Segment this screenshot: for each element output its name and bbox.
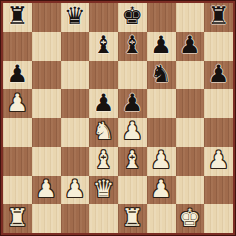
square-b8[interactable] <box>32 3 61 32</box>
square-c8[interactable]: ♛ <box>61 3 90 32</box>
square-d1[interactable] <box>89 204 118 233</box>
piece-white-queen[interactable]: ♛ <box>93 177 115 201</box>
chess-board-frame: ♜♛♚♜♝♝♟♟♟♞♟♟♟♟♞♟♝♝♟♟♟♟♛♟♜♜♚ <box>0 0 236 236</box>
square-h2[interactable] <box>204 176 233 205</box>
square-e7[interactable]: ♝ <box>118 32 147 61</box>
piece-black-bishop[interactable]: ♝ <box>122 33 144 57</box>
square-e5[interactable]: ♟ <box>118 89 147 118</box>
piece-white-pawn[interactable]: ♟ <box>35 177 57 201</box>
square-c7[interactable] <box>61 32 90 61</box>
square-e1[interactable]: ♜ <box>118 204 147 233</box>
square-d3[interactable]: ♝ <box>89 147 118 176</box>
piece-black-king[interactable]: ♚ <box>122 4 144 28</box>
square-b5[interactable] <box>32 89 61 118</box>
square-b6[interactable] <box>32 61 61 90</box>
square-h7[interactable] <box>204 32 233 61</box>
square-b7[interactable] <box>32 32 61 61</box>
square-c1[interactable] <box>61 204 90 233</box>
square-a3[interactable] <box>3 147 32 176</box>
square-c2[interactable]: ♟ <box>61 176 90 205</box>
square-e2[interactable] <box>118 176 147 205</box>
square-g5[interactable] <box>176 89 205 118</box>
piece-black-rook[interactable]: ♜ <box>208 4 230 28</box>
square-d8[interactable] <box>89 3 118 32</box>
square-f8[interactable] <box>147 3 176 32</box>
square-e8[interactable]: ♚ <box>118 3 147 32</box>
square-g1[interactable]: ♚ <box>176 204 205 233</box>
piece-black-queen[interactable]: ♛ <box>64 4 86 28</box>
piece-black-knight[interactable]: ♞ <box>150 62 172 86</box>
square-f5[interactable] <box>147 89 176 118</box>
square-f1[interactable] <box>147 204 176 233</box>
piece-black-pawn[interactable]: ♟ <box>7 62 29 86</box>
square-b2[interactable]: ♟ <box>32 176 61 205</box>
square-a6[interactable]: ♟ <box>3 61 32 90</box>
square-f3[interactable]: ♟ <box>147 147 176 176</box>
square-h8[interactable]: ♜ <box>204 3 233 32</box>
square-e4[interactable]: ♟ <box>118 118 147 147</box>
square-h4[interactable] <box>204 118 233 147</box>
piece-black-bishop[interactable]: ♝ <box>93 33 115 57</box>
piece-white-bishop[interactable]: ♝ <box>122 148 144 172</box>
square-d5[interactable]: ♟ <box>89 89 118 118</box>
square-g6[interactable] <box>176 61 205 90</box>
square-b4[interactable] <box>32 118 61 147</box>
square-f7[interactable]: ♟ <box>147 32 176 61</box>
piece-black-rook[interactable]: ♜ <box>7 4 29 28</box>
square-a5[interactable]: ♟ <box>3 89 32 118</box>
square-h6[interactable]: ♟ <box>204 61 233 90</box>
piece-white-pawn[interactable]: ♟ <box>64 177 86 201</box>
piece-white-knight[interactable]: ♞ <box>93 119 115 143</box>
piece-white-pawn[interactable]: ♟ <box>7 91 29 115</box>
square-h1[interactable] <box>204 204 233 233</box>
piece-white-pawn[interactable]: ♟ <box>122 119 144 143</box>
square-d4[interactable]: ♞ <box>89 118 118 147</box>
square-h3[interactable]: ♟ <box>204 147 233 176</box>
piece-black-pawn[interactable]: ♟ <box>208 62 230 86</box>
piece-black-pawn[interactable]: ♟ <box>93 91 115 115</box>
square-c5[interactable] <box>61 89 90 118</box>
square-f6[interactable]: ♞ <box>147 61 176 90</box>
square-d2[interactable]: ♛ <box>89 176 118 205</box>
square-b3[interactable] <box>32 147 61 176</box>
piece-black-pawn[interactable]: ♟ <box>150 33 172 57</box>
square-a7[interactable] <box>3 32 32 61</box>
square-c6[interactable] <box>61 61 90 90</box>
square-a1[interactable]: ♜ <box>3 204 32 233</box>
square-d6[interactable] <box>89 61 118 90</box>
square-g7[interactable]: ♟ <box>176 32 205 61</box>
chess-board: ♜♛♚♜♝♝♟♟♟♞♟♟♟♟♞♟♝♝♟♟♟♟♛♟♜♜♚ <box>3 3 233 233</box>
square-c3[interactable] <box>61 147 90 176</box>
piece-black-pawn[interactable]: ♟ <box>122 91 144 115</box>
square-g2[interactable] <box>176 176 205 205</box>
square-b1[interactable] <box>32 204 61 233</box>
piece-white-king[interactable]: ♚ <box>179 206 201 230</box>
square-c4[interactable] <box>61 118 90 147</box>
square-f2[interactable]: ♟ <box>147 176 176 205</box>
square-f4[interactable] <box>147 118 176 147</box>
square-a4[interactable] <box>3 118 32 147</box>
piece-white-pawn[interactable]: ♟ <box>150 177 172 201</box>
piece-white-bishop[interactable]: ♝ <box>93 148 115 172</box>
piece-white-rook[interactable]: ♜ <box>122 206 144 230</box>
piece-white-rook[interactable]: ♜ <box>7 206 29 230</box>
square-h5[interactable] <box>204 89 233 118</box>
piece-white-pawn[interactable]: ♟ <box>150 148 172 172</box>
square-g4[interactable] <box>176 118 205 147</box>
piece-white-pawn[interactable]: ♟ <box>208 148 230 172</box>
square-g8[interactable] <box>176 3 205 32</box>
square-d7[interactable]: ♝ <box>89 32 118 61</box>
piece-black-pawn[interactable]: ♟ <box>179 33 201 57</box>
square-a8[interactable]: ♜ <box>3 3 32 32</box>
square-e3[interactable]: ♝ <box>118 147 147 176</box>
square-e6[interactable] <box>118 61 147 90</box>
square-g3[interactable] <box>176 147 205 176</box>
square-a2[interactable] <box>3 176 32 205</box>
